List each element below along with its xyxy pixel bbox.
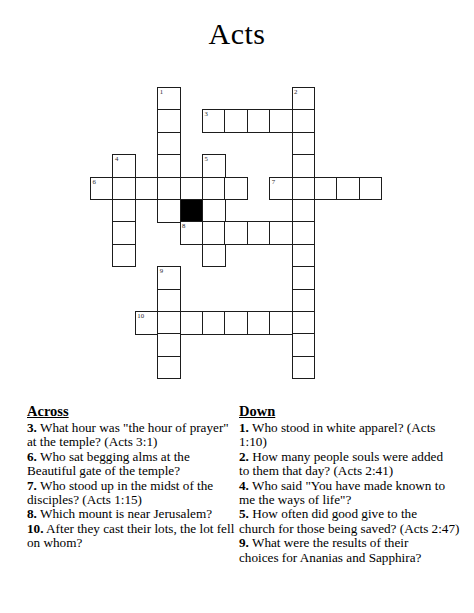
clue-across-3: 3. What hour was "the hour of prayer" at… bbox=[27, 421, 254, 450]
grid-cell[interactable]: 1 bbox=[157, 87, 181, 111]
clue-number: 8. bbox=[27, 506, 37, 521]
clue-number: 10. bbox=[27, 521, 43, 536]
clue-number: 6. bbox=[27, 449, 37, 464]
clue-across-8: 8. Which mount is near Jerusalem? bbox=[27, 507, 254, 521]
clue-across-10: 10. After they cast their lots, the lot … bbox=[27, 522, 254, 551]
grid-cell[interactable] bbox=[292, 289, 316, 313]
grid-cell[interactable] bbox=[112, 221, 136, 245]
cell-number: 10 bbox=[137, 312, 144, 320]
grid-cell[interactable] bbox=[224, 311, 248, 335]
grid-cell[interactable] bbox=[314, 177, 338, 201]
clue-across-7: 7. Who stood up in the midst of the disc… bbox=[27, 479, 254, 508]
black-cell bbox=[180, 199, 204, 223]
grid-cell[interactable] bbox=[292, 311, 316, 335]
grid-cell[interactable] bbox=[269, 311, 293, 335]
grid-cell[interactable] bbox=[247, 311, 271, 335]
grid-cell[interactable] bbox=[180, 177, 204, 201]
grid-cell[interactable] bbox=[292, 333, 316, 357]
clue-number: 2. bbox=[239, 449, 249, 464]
clue-down-2: 2. How many people souls were added to t… bbox=[239, 450, 472, 479]
grid-cell[interactable] bbox=[157, 132, 181, 156]
clue-text: Who said "You have made known to me the … bbox=[239, 478, 445, 507]
grid-cell[interactable] bbox=[112, 199, 136, 223]
cell-number: 5 bbox=[204, 155, 207, 163]
clue-text: What were the results of their choices f… bbox=[239, 535, 421, 564]
grid-cell[interactable] bbox=[224, 221, 248, 245]
grid-cell[interactable] bbox=[292, 244, 316, 268]
clue-down-5: 5. How often did good give to the church… bbox=[239, 507, 472, 536]
grid-cell[interactable]: 9 bbox=[157, 266, 181, 290]
grid-cell[interactable]: 8 bbox=[180, 221, 204, 245]
clue-number: 9. bbox=[239, 535, 249, 550]
across-header: Across bbox=[27, 404, 254, 419]
clue-text: How many people souls were added to them… bbox=[239, 449, 443, 478]
across-clues: Across 3. What hour was "the hour of pra… bbox=[27, 404, 254, 551]
grid-cell[interactable]: 7 bbox=[269, 177, 293, 201]
puzzle-title: Acts bbox=[0, 17, 474, 51]
grid-cell[interactable] bbox=[292, 266, 316, 290]
cell-number: 4 bbox=[115, 155, 118, 163]
grid-cell[interactable] bbox=[157, 333, 181, 357]
grid-cell[interactable] bbox=[157, 177, 181, 201]
grid-cell[interactable] bbox=[269, 221, 293, 245]
cell-number: 2 bbox=[294, 88, 297, 96]
clue-number: 3. bbox=[27, 420, 37, 435]
grid-cell[interactable] bbox=[292, 356, 316, 380]
grid-cell[interactable] bbox=[202, 221, 226, 245]
clue-text: Which mount is near Jerusalem? bbox=[40, 506, 212, 521]
cell-number: 9 bbox=[160, 267, 163, 275]
clue-text: After they cast their lots, the lot fell… bbox=[27, 521, 234, 550]
grid-cell[interactable] bbox=[292, 199, 316, 223]
grid-cell[interactable] bbox=[247, 109, 271, 133]
grid-cell[interactable] bbox=[269, 109, 293, 133]
grid-cell[interactable] bbox=[157, 199, 181, 223]
grid-cell[interactable] bbox=[292, 109, 316, 133]
grid-cell[interactable] bbox=[157, 289, 181, 313]
grid-cell[interactable] bbox=[157, 154, 181, 178]
clue-down-1: 1. Who stood in white apparel? (Acts 1:1… bbox=[239, 421, 472, 450]
grid-cell[interactable] bbox=[202, 177, 226, 201]
grid-cell[interactable] bbox=[292, 132, 316, 156]
grid-cell[interactable]: 6 bbox=[90, 177, 114, 201]
clue-text: Who stood in white apparel? (Acts 1:10) bbox=[239, 420, 435, 449]
clue-number: 4. bbox=[239, 478, 249, 493]
grid-cell[interactable]: 5 bbox=[202, 154, 226, 178]
grid-cell[interactable] bbox=[202, 199, 226, 223]
grid-cell[interactable]: 2 bbox=[292, 87, 316, 111]
clue-number: 1. bbox=[239, 420, 249, 435]
down-clues: Down 1. Who stood in white apparel? (Act… bbox=[239, 404, 472, 565]
grid-cell[interactable] bbox=[202, 244, 226, 268]
clue-number: 7. bbox=[27, 478, 37, 493]
cell-number: 8 bbox=[182, 222, 185, 230]
grid-cell[interactable]: 3 bbox=[202, 109, 226, 133]
grid-cell[interactable] bbox=[180, 311, 204, 335]
grid-cell[interactable] bbox=[157, 109, 181, 133]
grid-cell[interactable] bbox=[135, 177, 159, 201]
grid-cell[interactable] bbox=[112, 244, 136, 268]
clue-text: Who stood up in the midst of the discipl… bbox=[27, 478, 213, 507]
grid-cell[interactable] bbox=[157, 311, 181, 335]
grid-cell[interactable] bbox=[112, 177, 136, 201]
grid-cell[interactable] bbox=[292, 221, 316, 245]
clue-text: Who sat begging alms at the Beautiful ga… bbox=[27, 449, 190, 478]
grid-cell[interactable]: 10 bbox=[135, 311, 159, 335]
page: Acts 12345678910 Across 3. What hour was… bbox=[0, 0, 474, 613]
cell-number: 6 bbox=[93, 178, 96, 186]
grid-cell[interactable] bbox=[292, 177, 316, 201]
grid-cell[interactable]: 4 bbox=[112, 154, 136, 178]
grid-cell[interactable] bbox=[202, 311, 226, 335]
grid-cell[interactable] bbox=[157, 356, 181, 380]
cell-number: 3 bbox=[204, 110, 207, 118]
grid-cell[interactable] bbox=[292, 154, 316, 178]
down-header: Down bbox=[239, 404, 472, 419]
cell-number: 7 bbox=[272, 178, 275, 186]
clue-down-9: 9. What were the results of their choice… bbox=[239, 536, 472, 565]
cell-number: 1 bbox=[160, 88, 163, 96]
clue-number: 5. bbox=[239, 506, 249, 521]
grid-cell[interactable] bbox=[224, 177, 248, 201]
clue-text: What hour was "the hour of prayer" at th… bbox=[27, 420, 229, 449]
grid-cell[interactable] bbox=[359, 177, 383, 201]
grid-cell[interactable] bbox=[336, 177, 360, 201]
clue-down-4: 4. Who said "You have made known to me t… bbox=[239, 479, 472, 508]
clue-across-6: 6. Who sat begging alms at the Beautiful… bbox=[27, 450, 254, 479]
crossword-grid: 12345678910 bbox=[90, 87, 381, 378]
clue-text: How often did good give to the church fo… bbox=[239, 506, 459, 535]
grid-cell[interactable] bbox=[224, 109, 248, 133]
grid-cell[interactable] bbox=[247, 221, 271, 245]
